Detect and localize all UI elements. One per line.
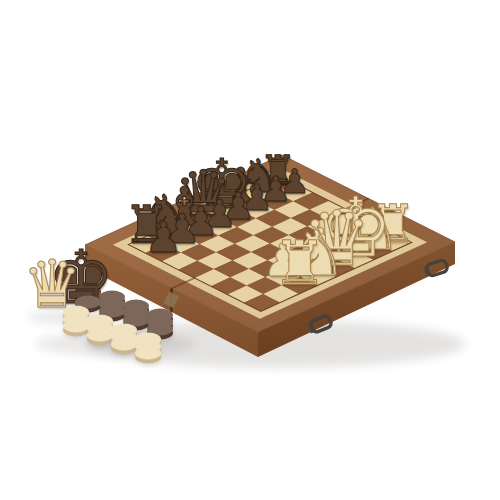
- light-checker-disc-stack4: [135, 347, 161, 360]
- light-checker-disc-stack1: [63, 306, 89, 319]
- light-queen-offboard: ♛: [22, 252, 81, 318]
- checkers-floor-shadow: [35, 332, 195, 356]
- chess-board-grid: [129, 176, 410, 310]
- dark-checker-disc-stack2: [99, 298, 125, 311]
- dark-checker-disc-stack1: [75, 296, 101, 309]
- dark-checker-disc-stack4: [147, 316, 173, 329]
- dark-checker-disc-stack2: [99, 305, 125, 318]
- light-checker-disc-stack3: [111, 331, 137, 344]
- dark-king-offboard: ♚: [48, 240, 114, 314]
- light-checker-disc-stack3: [111, 338, 137, 351]
- dark-checker-disc-stack3: [123, 300, 149, 313]
- light-checker-disc-stack1: [63, 313, 89, 326]
- dark-checker-disc-stack4: [147, 323, 173, 336]
- light-checker-disc-stack4: [135, 340, 161, 353]
- latch-icon-upper: [423, 259, 449, 278]
- dark-checker-disc-stack1: [75, 289, 101, 302]
- light-checker-disc-stack2: [87, 315, 113, 328]
- dark-checker-disc-stack2: [99, 291, 125, 304]
- light-checker-disc-stack2: [87, 322, 113, 335]
- product-photo-scene: ♜♞♝♛♚♝♞♜♟♟♟♟♟♟♟♟♟♜♞♟♛♚♝♞♜ ♛♚: [0, 0, 500, 500]
- dark-checker-disc-stack3: [123, 307, 149, 320]
- light-checker-disc-stack1: [63, 320, 89, 333]
- hinge-icon: [163, 289, 179, 313]
- light-checker-disc-stack2: [87, 329, 113, 342]
- light-checker-disc-stack3: [111, 324, 137, 337]
- board-floor-shadow: [85, 320, 465, 368]
- offboard-pieces-shadow: [28, 310, 100, 324]
- dark-checker-disc-stack3: [123, 314, 149, 327]
- dark-checker-disc-stack1: [75, 282, 101, 295]
- light-checker-disc-stack4: [135, 333, 161, 346]
- latch-icon-lower: [307, 315, 333, 335]
- dark-checker-disc-stack4: [147, 309, 173, 322]
